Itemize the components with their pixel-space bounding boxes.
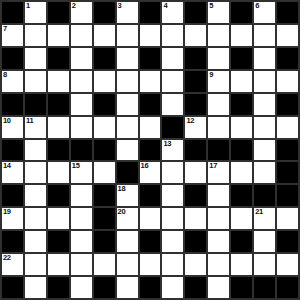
grid-cell-r6c10 [231, 140, 252, 161]
crossword-grid: 12345678910111213141516171819202122 [0, 0, 300, 300]
grid-cell-r5c11[interactable] [254, 117, 275, 138]
clue-number: 6 [255, 2, 259, 10]
grid-cell-r3c5[interactable] [117, 71, 138, 92]
grid-cell-r9c1[interactable] [25, 208, 46, 229]
grid-cell-r7c5 [117, 162, 138, 183]
grid-cell-r10c12 [277, 231, 298, 252]
grid-cell-r6c7[interactable]: 13 [162, 140, 183, 161]
grid-cell-r8c10 [231, 185, 252, 206]
grid-cell-r5c3[interactable] [71, 117, 92, 138]
grid-cell-r4c9[interactable] [208, 94, 229, 115]
grid-cell-r0c7[interactable]: 4 [162, 2, 183, 23]
clue-number: 20 [118, 208, 126, 216]
grid-cell-r12c12 [277, 277, 298, 298]
grid-cell-r3c9[interactable]: 9 [208, 71, 229, 92]
grid-cell-r0c3[interactable]: 2 [71, 2, 92, 23]
grid-cell-r12c11 [254, 277, 275, 298]
grid-cell-r0c8 [185, 2, 206, 23]
grid-cell-r3c10[interactable] [231, 71, 252, 92]
grid-cell-r6c12 [277, 140, 298, 161]
grid-cell-r5c10[interactable] [231, 117, 252, 138]
grid-cell-r9c6[interactable] [140, 208, 161, 229]
grid-cell-r12c8 [185, 277, 206, 298]
grid-cell-r10c9[interactable] [208, 231, 229, 252]
grid-cell-r1c2[interactable] [48, 25, 69, 46]
grid-cell-r8c7[interactable] [162, 185, 183, 206]
grid-cell-r1c0[interactable]: 7 [2, 25, 23, 46]
grid-cell-r6c6 [140, 140, 161, 161]
grid-cell-r3c0[interactable]: 8 [2, 71, 23, 92]
grid-cell-r3c7[interactable] [162, 71, 183, 92]
grid-cell-r3c6[interactable] [140, 71, 161, 92]
grid-cell-r1c9[interactable] [208, 25, 229, 46]
grid-cell-r8c11 [254, 185, 275, 206]
grid-cell-r10c4 [94, 231, 115, 252]
grid-cell-r1c8[interactable] [185, 25, 206, 46]
grid-cell-r0c10 [231, 2, 252, 23]
grid-cell-r9c8[interactable] [185, 208, 206, 229]
grid-cell-r1c1[interactable] [25, 25, 46, 46]
grid-cell-r9c12[interactable] [277, 208, 298, 229]
grid-cell-r5c8[interactable]: 12 [185, 117, 206, 138]
clue-number: 16 [141, 162, 149, 170]
grid-cell-r7c3[interactable]: 15 [71, 162, 92, 183]
grid-cell-r3c3[interactable] [71, 71, 92, 92]
grid-cell-r1c3[interactable] [71, 25, 92, 46]
grid-cell-r8c5[interactable]: 18 [117, 185, 138, 206]
grid-cell-r1c5[interactable] [117, 25, 138, 46]
grid-cell-r7c8[interactable] [185, 162, 206, 183]
grid-cell-r0c2 [48, 2, 69, 23]
grid-cell-r9c4 [94, 208, 115, 229]
clue-number: 18 [118, 185, 126, 193]
grid-cell-r2c11[interactable] [254, 48, 275, 69]
grid-cell-r12c0 [2, 277, 23, 298]
grid-cell-r7c7[interactable] [162, 162, 183, 183]
grid-cell-r4c5[interactable] [117, 94, 138, 115]
grid-cell-r11c8[interactable] [185, 254, 206, 275]
clue-number: 21 [255, 208, 263, 216]
grid-cell-r6c2 [48, 140, 69, 161]
grid-cell-r7c4[interactable] [94, 162, 115, 183]
grid-cell-r2c10 [231, 48, 252, 69]
grid-cell-r9c9[interactable] [208, 208, 229, 229]
grid-cell-r2c1[interactable] [25, 48, 46, 69]
grid-cell-r6c9 [208, 140, 229, 161]
grid-cell-r12c6 [140, 277, 161, 298]
grid-cell-r5c9[interactable] [208, 117, 229, 138]
grid-cell-r10c5[interactable] [117, 231, 138, 252]
grid-cell-r10c8 [185, 231, 206, 252]
clue-number: 22 [3, 254, 11, 262]
clue-number: 13 [163, 140, 171, 148]
grid-cell-r12c5[interactable] [117, 277, 138, 298]
grid-cell-r0c9[interactable]: 5 [208, 2, 229, 23]
clue-number: 3 [118, 2, 122, 10]
grid-cell-r7c6[interactable]: 16 [140, 162, 161, 183]
grid-cell-r9c11[interactable]: 21 [254, 208, 275, 229]
grid-cell-r4c2 [48, 94, 69, 115]
grid-cell-r5c1[interactable]: 11 [25, 117, 46, 138]
grid-cell-r2c8 [185, 48, 206, 69]
clue-number: 7 [3, 25, 7, 33]
grid-cell-r7c2[interactable] [48, 162, 69, 183]
grid-cell-r6c0 [2, 140, 23, 161]
clue-number: 17 [209, 162, 217, 170]
grid-cell-r4c8 [185, 94, 206, 115]
grid-cell-r2c12 [277, 48, 298, 69]
grid-cell-r3c11[interactable] [254, 71, 275, 92]
grid-cell-r12c4 [94, 277, 115, 298]
grid-cell-r4c7[interactable] [162, 94, 183, 115]
clue-number: 5 [209, 2, 213, 10]
grid-cell-r0c12 [277, 2, 298, 23]
grid-cell-r5c7 [162, 117, 183, 138]
grid-cell-r4c10 [231, 94, 252, 115]
grid-cell-r7c0[interactable]: 14 [2, 162, 23, 183]
grid-cell-r11c9[interactable] [208, 254, 229, 275]
grid-cell-r8c3[interactable] [71, 185, 92, 206]
clue-number: 1 [26, 2, 30, 10]
grid-cell-r10c3[interactable] [71, 231, 92, 252]
grid-cell-r9c2[interactable] [48, 208, 69, 229]
grid-cell-r7c1[interactable] [25, 162, 46, 183]
grid-cell-r12c2 [48, 277, 69, 298]
clue-number: 19 [3, 208, 11, 216]
grid-cell-r8c8 [185, 185, 206, 206]
grid-cell-r2c9[interactable] [208, 48, 229, 69]
grid-cell-r7c10[interactable] [231, 162, 252, 183]
clue-number: 2 [72, 2, 76, 10]
grid-cell-r0c1[interactable]: 1 [25, 2, 46, 23]
grid-cell-r5c5[interactable] [117, 117, 138, 138]
grid-cell-r8c9[interactable] [208, 185, 229, 206]
grid-cell-r0c6 [140, 2, 161, 23]
grid-cell-r10c1[interactable] [25, 231, 46, 252]
grid-cell-r11c2[interactable] [48, 254, 69, 275]
clue-number: 10 [3, 117, 11, 125]
grid-cell-r4c4 [94, 94, 115, 115]
grid-cell-r2c7[interactable] [162, 48, 183, 69]
grid-cell-r1c7[interactable] [162, 25, 183, 46]
grid-cell-r10c6 [140, 231, 161, 252]
grid-cell-r11c4[interactable] [94, 254, 115, 275]
grid-cell-r0c0 [2, 2, 23, 23]
grid-cell-r9c5[interactable]: 20 [117, 208, 138, 229]
grid-cell-r6c8 [185, 140, 206, 161]
grid-cell-r4c6 [140, 94, 161, 115]
grid-cell-r9c7[interactable] [162, 208, 183, 229]
grid-cell-r8c4 [94, 185, 115, 206]
grid-cell-r5c12[interactable] [277, 117, 298, 138]
grid-cell-r4c3[interactable] [71, 94, 92, 115]
grid-cell-r3c2[interactable] [48, 71, 69, 92]
grid-cell-r8c12 [277, 185, 298, 206]
grid-cell-r0c11[interactable]: 6 [254, 2, 275, 23]
clue-number: 9 [209, 71, 213, 79]
grid-cell-r9c10[interactable] [231, 208, 252, 229]
grid-cell-r11c10[interactable] [231, 254, 252, 275]
grid-cell-r4c0 [2, 94, 23, 115]
grid-cell-r2c5[interactable] [117, 48, 138, 69]
grid-cell-r8c6 [140, 185, 161, 206]
grid-cell-r10c2 [48, 231, 69, 252]
grid-cell-r0c5[interactable]: 3 [117, 2, 138, 23]
grid-cell-r12c7[interactable] [162, 277, 183, 298]
grid-cell-r11c1[interactable] [25, 254, 46, 275]
clue-number: 14 [3, 162, 11, 170]
grid-cell-r7c11[interactable] [254, 162, 275, 183]
grid-cell-r11c11[interactable] [254, 254, 275, 275]
grid-cell-r4c12 [277, 94, 298, 115]
grid-cell-r6c1[interactable] [25, 140, 46, 161]
grid-cell-r11c6[interactable] [140, 254, 161, 275]
grid-cell-r6c5[interactable] [117, 140, 138, 161]
grid-cell-r5c0[interactable]: 10 [2, 117, 23, 138]
grid-cell-r2c4 [94, 48, 115, 69]
grid-cell-r10c7[interactable] [162, 231, 183, 252]
grid-cell-r3c8 [185, 71, 206, 92]
grid-cell-r4c11[interactable] [254, 94, 275, 115]
clue-number: 11 [26, 117, 33, 125]
clue-number: 15 [72, 162, 80, 170]
grid-cell-r2c3[interactable] [71, 48, 92, 69]
grid-cell-r6c4 [94, 140, 115, 161]
grid-cell-r11c7[interactable] [162, 254, 183, 275]
grid-cell-r11c5[interactable] [117, 254, 138, 275]
grid-cell-r2c0 [2, 48, 23, 69]
grid-cell-r6c11[interactable] [254, 140, 275, 161]
grid-cell-r2c2 [48, 48, 69, 69]
grid-cell-r10c10 [231, 231, 252, 252]
grid-cell-r1c4[interactable] [94, 25, 115, 46]
grid-cell-r12c10 [231, 277, 252, 298]
grid-cell-r11c0[interactable]: 22 [2, 254, 23, 275]
clue-number: 8 [3, 71, 7, 79]
grid-cell-r1c10[interactable] [231, 25, 252, 46]
clue-number: 12 [186, 117, 194, 125]
grid-cell-r7c9[interactable]: 17 [208, 162, 229, 183]
grid-cell-r12c1[interactable] [25, 277, 46, 298]
grid-cell-r5c2[interactable] [48, 117, 69, 138]
grid-cell-r11c3[interactable] [71, 254, 92, 275]
grid-cell-r5c4[interactable] [94, 117, 115, 138]
grid-cell-r0c4 [94, 2, 115, 23]
grid-cell-r11c12[interactable] [277, 254, 298, 275]
grid-cell-r9c3[interactable] [71, 208, 92, 229]
clue-number: 4 [163, 2, 167, 10]
grid-cell-r7c12 [277, 162, 298, 183]
grid-cell-r10c11[interactable] [254, 231, 275, 252]
grid-cell-r4c1 [25, 94, 46, 115]
grid-cell-r8c1[interactable] [25, 185, 46, 206]
grid-cell-r3c1[interactable] [25, 71, 46, 92]
grid-cell-r8c0 [2, 185, 23, 206]
grid-cell-r1c6[interactable] [140, 25, 161, 46]
grid-cell-r1c12[interactable] [277, 25, 298, 46]
grid-cell-r10c0 [2, 231, 23, 252]
grid-cell-r9c0[interactable]: 19 [2, 208, 23, 229]
grid-cell-r8c2 [48, 185, 69, 206]
grid-cell-r6c3 [71, 140, 92, 161]
grid-cell-r12c9[interactable] [208, 277, 229, 298]
grid-cell-r5c6[interactable] [140, 117, 161, 138]
grid-cell-r3c4[interactable] [94, 71, 115, 92]
grid-cell-r2c6 [140, 48, 161, 69]
grid-cell-r1c11[interactable] [254, 25, 275, 46]
grid-cell-r12c3[interactable] [71, 277, 92, 298]
grid-cell-r3c12[interactable] [277, 71, 298, 92]
